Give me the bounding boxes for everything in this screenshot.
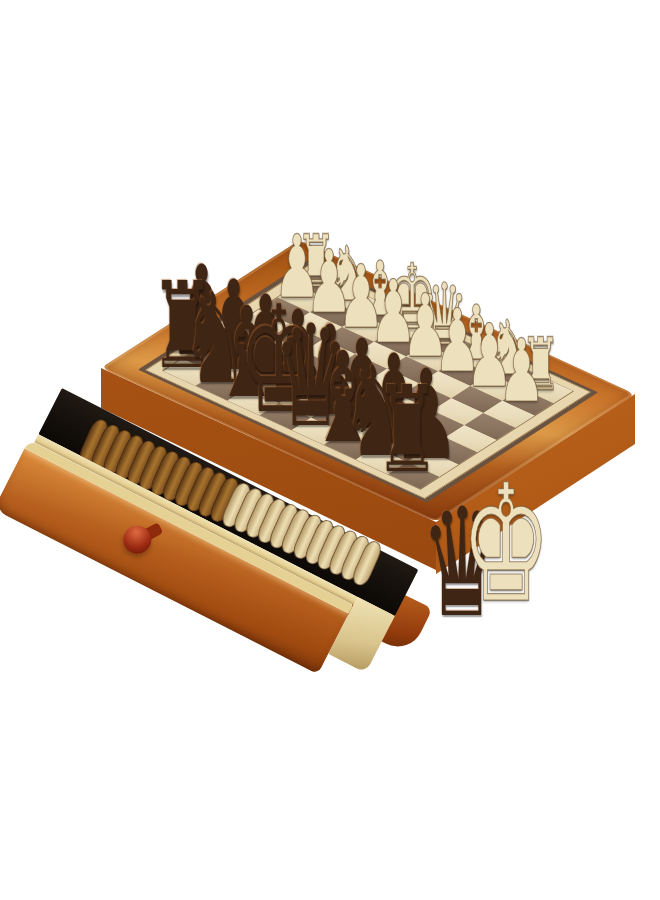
light-king-loose: ♚ [461,463,551,625]
black-rook: ♜ [375,370,440,489]
drawer-knob [117,519,163,565]
white-pawn: ♟ [498,326,546,413]
product-photo: ♜♞♝♚♛♝♞♜♟♟♟♟♟♟♟♟♟♟♟♟♟♟♟♟♜♞♝♚♛♝♞♜ ♛♚ [0,0,660,900]
